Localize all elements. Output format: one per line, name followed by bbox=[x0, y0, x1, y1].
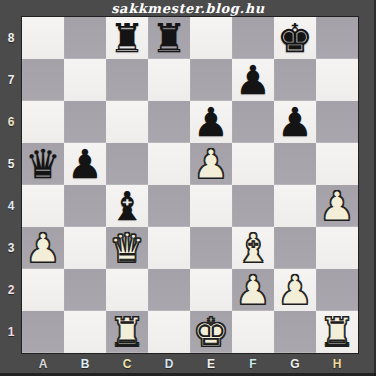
square-g7[interactable] bbox=[274, 59, 316, 101]
square-g5[interactable] bbox=[274, 143, 316, 185]
square-c8[interactable]: ♜ bbox=[106, 17, 148, 59]
header-bar: sakkmester.blog.hu bbox=[0, 0, 376, 17]
white-pawn: ♟ bbox=[193, 144, 229, 184]
square-b1[interactable] bbox=[64, 311, 106, 353]
square-e5[interactable]: ♟ bbox=[190, 143, 232, 185]
rank-label-2: 2 bbox=[0, 269, 22, 311]
black-pawn: ♟ bbox=[277, 102, 313, 142]
rank-label-4: 4 bbox=[0, 185, 22, 227]
square-g2[interactable]: ♟ bbox=[274, 269, 316, 311]
square-e8[interactable] bbox=[190, 17, 232, 59]
square-f8[interactable] bbox=[232, 17, 274, 59]
rank-label-5: 5 bbox=[0, 143, 22, 185]
white-king: ♚ bbox=[193, 312, 229, 352]
square-g6[interactable]: ♟ bbox=[274, 101, 316, 143]
square-c1[interactable]: ♜ bbox=[106, 311, 148, 353]
square-f1[interactable] bbox=[232, 311, 274, 353]
square-e3[interactable] bbox=[190, 227, 232, 269]
square-a8[interactable] bbox=[22, 17, 64, 59]
square-f6[interactable] bbox=[232, 101, 274, 143]
file-label-e: E bbox=[190, 353, 232, 374]
square-a3[interactable]: ♟ bbox=[22, 227, 64, 269]
black-queen: ♛ bbox=[25, 144, 61, 184]
board-frame: sakkmester.blog.hu 87654321 ♜♜♚♟♟♟♛♟♟♝♟♟… bbox=[0, 0, 376, 376]
square-f2[interactable]: ♟ bbox=[232, 269, 274, 311]
file-label-f: F bbox=[232, 353, 274, 374]
file-label-g: G bbox=[274, 353, 316, 374]
square-e4[interactable] bbox=[190, 185, 232, 227]
square-d4[interactable] bbox=[148, 185, 190, 227]
square-h1[interactable]: ♜ bbox=[316, 311, 358, 353]
chess-board: ♜♜♚♟♟♟♛♟♟♝♟♟♛♝♟♟♜♚♜ bbox=[22, 17, 358, 353]
square-a7[interactable] bbox=[22, 59, 64, 101]
white-pawn: ♟ bbox=[25, 228, 61, 268]
square-a4[interactable] bbox=[22, 185, 64, 227]
square-h5[interactable] bbox=[316, 143, 358, 185]
square-d3[interactable] bbox=[148, 227, 190, 269]
square-a6[interactable] bbox=[22, 101, 64, 143]
square-d7[interactable] bbox=[148, 59, 190, 101]
file-label-d: D bbox=[148, 353, 190, 374]
black-rook: ♜ bbox=[109, 18, 145, 58]
square-b5[interactable]: ♟ bbox=[64, 143, 106, 185]
file-label-a: A bbox=[22, 353, 64, 374]
square-h4[interactable]: ♟ bbox=[316, 185, 358, 227]
square-c5[interactable] bbox=[106, 143, 148, 185]
rank-label-8: 8 bbox=[0, 17, 22, 59]
file-labels: ABCDEFGH bbox=[22, 353, 358, 374]
square-f3[interactable]: ♝ bbox=[232, 227, 274, 269]
square-g3[interactable] bbox=[274, 227, 316, 269]
black-bishop: ♝ bbox=[109, 186, 145, 226]
square-d8[interactable]: ♜ bbox=[148, 17, 190, 59]
square-b2[interactable] bbox=[64, 269, 106, 311]
rank-label-7: 7 bbox=[0, 59, 22, 101]
square-h8[interactable] bbox=[316, 17, 358, 59]
square-b8[interactable] bbox=[64, 17, 106, 59]
rank-labels: 87654321 bbox=[0, 17, 22, 353]
square-f4[interactable] bbox=[232, 185, 274, 227]
square-d5[interactable] bbox=[148, 143, 190, 185]
white-queen: ♛ bbox=[109, 228, 145, 268]
square-g1[interactable] bbox=[274, 311, 316, 353]
white-pawn: ♟ bbox=[277, 270, 313, 310]
black-king: ♚ bbox=[277, 18, 313, 58]
black-pawn: ♟ bbox=[67, 144, 103, 184]
square-a2[interactable] bbox=[22, 269, 64, 311]
square-a5[interactable]: ♛ bbox=[22, 143, 64, 185]
square-e2[interactable] bbox=[190, 269, 232, 311]
square-g8[interactable]: ♚ bbox=[274, 17, 316, 59]
square-d2[interactable] bbox=[148, 269, 190, 311]
square-c3[interactable]: ♛ bbox=[106, 227, 148, 269]
square-c7[interactable] bbox=[106, 59, 148, 101]
white-rook: ♜ bbox=[319, 312, 355, 352]
rank-label-6: 6 bbox=[0, 101, 22, 143]
white-rook: ♜ bbox=[109, 312, 145, 352]
square-e7[interactable] bbox=[190, 59, 232, 101]
square-c6[interactable] bbox=[106, 101, 148, 143]
rank-label-1: 1 bbox=[0, 311, 22, 353]
rank-label-3: 3 bbox=[0, 227, 22, 269]
square-h7[interactable] bbox=[316, 59, 358, 101]
black-pawn: ♟ bbox=[235, 60, 271, 100]
white-pawn: ♟ bbox=[235, 270, 271, 310]
square-h3[interactable] bbox=[316, 227, 358, 269]
file-label-h: H bbox=[316, 353, 358, 374]
square-g4[interactable] bbox=[274, 185, 316, 227]
black-rook: ♜ bbox=[151, 18, 187, 58]
square-f7[interactable]: ♟ bbox=[232, 59, 274, 101]
square-b7[interactable] bbox=[64, 59, 106, 101]
square-e6[interactable]: ♟ bbox=[190, 101, 232, 143]
square-d1[interactable] bbox=[148, 311, 190, 353]
square-h6[interactable] bbox=[316, 101, 358, 143]
square-b3[interactable] bbox=[64, 227, 106, 269]
square-b4[interactable] bbox=[64, 185, 106, 227]
square-c4[interactable]: ♝ bbox=[106, 185, 148, 227]
square-c2[interactable] bbox=[106, 269, 148, 311]
square-b6[interactable] bbox=[64, 101, 106, 143]
square-d6[interactable] bbox=[148, 101, 190, 143]
square-f5[interactable] bbox=[232, 143, 274, 185]
square-a1[interactable] bbox=[22, 311, 64, 353]
file-label-c: C bbox=[106, 353, 148, 374]
square-e1[interactable]: ♚ bbox=[190, 311, 232, 353]
black-pawn: ♟ bbox=[193, 102, 229, 142]
white-pawn: ♟ bbox=[319, 186, 355, 226]
square-h2[interactable] bbox=[316, 269, 358, 311]
white-bishop: ♝ bbox=[235, 228, 271, 268]
file-label-b: B bbox=[64, 353, 106, 374]
